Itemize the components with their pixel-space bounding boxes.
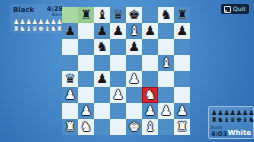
square-a2[interactable]	[62, 103, 78, 119]
square-e8[interactable]: ♚	[126, 7, 142, 23]
square-g1[interactable]	[158, 119, 174, 135]
square-c6[interactable]: ♞	[94, 39, 110, 55]
square-a8[interactable]	[62, 7, 78, 23]
piece-black-rook: ♜	[80, 7, 92, 23]
square-e6[interactable]: ♟	[126, 39, 142, 55]
piece-white-pawn: ♟	[64, 87, 76, 103]
white-captured-tray: ♟♟♟♟♟♟♟♟♜♞♝♛♚♝♞♜	[211, 110, 251, 124]
piece-black-pawn: ♟	[64, 23, 76, 39]
square-h4[interactable]	[174, 71, 190, 87]
square-c5[interactable]	[94, 55, 110, 71]
square-e1[interactable]: ♚	[126, 119, 142, 135]
piece-black-king: ♚	[128, 7, 140, 23]
square-c7[interactable]: ♟	[94, 23, 110, 39]
piece-white-rook: ♜	[176, 119, 188, 135]
square-f7[interactable]: ♟	[142, 23, 158, 39]
square-f2[interactable]: ♟	[142, 103, 158, 119]
square-f8[interactable]	[142, 7, 158, 23]
black-clock-box: 4:28 Bank	[47, 6, 63, 18]
black-panel-header: Black 4:28 Bank	[13, 6, 63, 18]
square-h7[interactable]: ♟	[174, 23, 190, 39]
square-h6[interactable]	[174, 39, 190, 55]
black-player-panel: Black 4:28 Bank ♟♟♟♟♟♟♟♟♜♞♝♛♚♝♞♜	[10, 4, 66, 33]
piece-white-pawn: ♟	[160, 103, 172, 119]
square-g6[interactable]	[158, 39, 174, 55]
piece-white-bishop: ♝	[144, 119, 156, 135]
square-f5[interactable]	[142, 55, 158, 71]
square-e2[interactable]	[126, 103, 142, 119]
white-clock-box: Bank 4:03	[211, 125, 227, 137]
square-a4[interactable]: ♛	[62, 71, 78, 87]
piece-white-pawn: ♟	[176, 103, 188, 119]
piece-white-pawn: ♟	[80, 103, 92, 119]
piece-white-knight: ♞	[80, 119, 92, 135]
white-panel-footer: Bank 4:03 White	[211, 125, 251, 137]
square-d4[interactable]	[110, 71, 126, 87]
square-d3[interactable]: ♟	[110, 87, 126, 103]
square-a1[interactable]: ♜	[62, 119, 78, 135]
black-player-name: Black	[13, 6, 34, 14]
square-e5[interactable]	[126, 55, 142, 71]
chess-board: ♜♝♛♚♞♜♟♟♟♝♟♟♞♟♝♛♟♟♟♟♞♟♟♟♟♜♞♚♝♜	[62, 7, 190, 135]
square-a6[interactable]	[62, 39, 78, 55]
piece-black-pawn: ♟	[128, 39, 140, 55]
white-player-panel: ♟♟♟♟♟♟♟♟♜♞♝♛♚♝♞♜ Bank 4:03 White	[208, 106, 254, 139]
square-d5[interactable]	[110, 55, 126, 71]
square-d8[interactable]: ♛	[110, 7, 126, 23]
piece-black-pawn: ♟	[144, 23, 156, 39]
square-g5[interactable]: ♝	[158, 55, 174, 71]
piece-black-queen: ♛	[112, 7, 124, 23]
square-c1[interactable]	[94, 119, 110, 135]
black-captured-tray: ♟♟♟♟♟♟♟♟♜♞♝♛♚♝♞♜	[13, 19, 63, 33]
quit-button-label: Quit	[233, 4, 246, 14]
square-b8[interactable]: ♜	[78, 7, 94, 23]
quit-button[interactable]: Quit	[221, 4, 249, 14]
square-g4[interactable]	[158, 71, 174, 87]
piece-black-pawn: ♟	[176, 23, 188, 39]
square-h5[interactable]	[174, 55, 190, 71]
square-g2[interactable]: ♟	[158, 103, 174, 119]
square-b2[interactable]: ♟	[78, 103, 94, 119]
square-a3[interactable]: ♟	[62, 87, 78, 103]
square-f3[interactable]: ♞	[142, 87, 158, 103]
square-f6[interactable]	[142, 39, 158, 55]
square-b6[interactable]	[78, 39, 94, 55]
square-d2[interactable]	[110, 103, 126, 119]
keycap-icon	[224, 6, 231, 13]
square-g8[interactable]: ♞	[158, 7, 174, 23]
piece-white-king: ♚	[128, 119, 140, 135]
square-f1[interactable]: ♝	[142, 119, 158, 135]
tray-row: ♜♞♝♛♚♝♞♜	[211, 117, 251, 124]
square-b7[interactable]	[78, 23, 94, 39]
piece-black-bishop: ♝	[96, 7, 108, 23]
piece-black-pawn: ♟	[96, 23, 108, 39]
piece-white-bishop: ♝	[128, 23, 140, 39]
piece-white-knight: ♞	[144, 87, 156, 103]
white-clock: 4:03	[211, 131, 227, 137]
square-h2[interactable]: ♟	[174, 103, 190, 119]
square-c2[interactable]	[94, 103, 110, 119]
square-g3[interactable]	[158, 87, 174, 103]
white-player-name: White	[228, 129, 251, 137]
square-e7[interactable]: ♝	[126, 23, 142, 39]
square-d6[interactable]	[110, 39, 126, 55]
piece-black-rook: ♜	[176, 7, 188, 23]
square-b5[interactable]	[78, 55, 94, 71]
square-b4[interactable]	[78, 71, 94, 87]
piece-black-knight: ♞	[96, 39, 108, 55]
square-b3[interactable]	[78, 87, 94, 103]
square-c3[interactable]	[94, 87, 110, 103]
piece-white-rook: ♜	[64, 119, 76, 135]
piece-white-pawn: ♟	[128, 71, 140, 87]
square-h3[interactable]	[174, 87, 190, 103]
piece-black-pawn: ♟	[96, 71, 108, 87]
chess-app-window: Black 4:28 Bank ♟♟♟♟♟♟♟♟♜♞♝♛♚♝♞♜ Quit ♜♝…	[0, 0, 254, 142]
square-a7[interactable]: ♟	[62, 23, 78, 39]
square-b1[interactable]: ♞	[78, 119, 94, 135]
square-g7[interactable]	[158, 23, 174, 39]
square-c4[interactable]: ♟	[94, 71, 110, 87]
tray-row: ♜♞♝♛♚♝♞♜	[13, 26, 63, 33]
square-d7[interactable]: ♟	[110, 23, 126, 39]
square-a5[interactable]	[62, 55, 78, 71]
square-h8[interactable]: ♜	[174, 7, 190, 23]
piece-black-knight: ♞	[160, 7, 172, 23]
square-c8[interactable]: ♝	[94, 7, 110, 23]
square-f4[interactable]	[142, 71, 158, 87]
square-e4[interactable]: ♟	[126, 71, 142, 87]
piece-white-pawn: ♟	[112, 87, 124, 103]
square-d1[interactable]	[110, 119, 126, 135]
square-e3[interactable]	[126, 87, 142, 103]
piece-black-pawn: ♟	[112, 23, 124, 39]
piece-black-queen: ♛	[64, 71, 76, 87]
piece-white-pawn: ♟	[144, 103, 156, 119]
piece-white-bishop: ♝	[160, 55, 172, 71]
square-h1[interactable]: ♜	[174, 119, 190, 135]
